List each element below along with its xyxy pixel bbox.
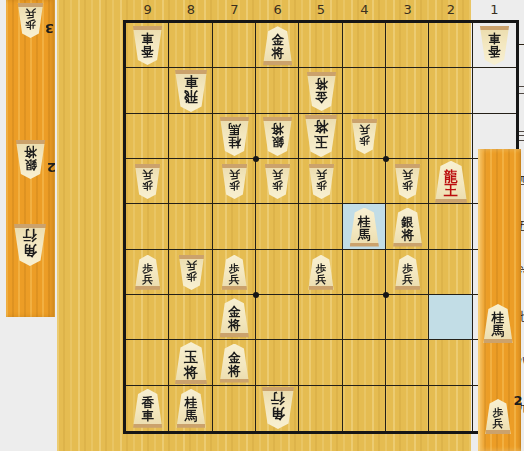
piece-kanji: 歩兵 (402, 169, 413, 190)
piece-kanji: 桂馬 (185, 397, 198, 423)
board-cell-1b[interactable] (473, 68, 516, 113)
hand-count: 3 (45, 21, 54, 36)
hand-count: 2 (514, 393, 523, 408)
file-labels: 987654321 (126, 2, 516, 19)
hand-gote-2[interactable]: 銀将 (15, 140, 46, 179)
board-cell-8d[interactable] (169, 159, 212, 204)
board-cell-7i[interactable] (213, 386, 256, 431)
piece-kanji: 歩兵 (25, 8, 36, 29)
sente-captured-stand: 桂馬歩兵2 (478, 149, 521, 451)
board-cell-3c[interactable] (386, 114, 429, 159)
piece-kanji: 銀将 (24, 145, 37, 171)
piece-kanji: 飛車 (184, 75, 198, 104)
piece-kanji: 香車 (141, 31, 154, 57)
board-cell-6h[interactable] (256, 340, 299, 385)
piece-kanji: 龍王 (444, 169, 458, 198)
board-cell-2e[interactable] (429, 204, 472, 249)
piece-kanji: 香車 (141, 397, 154, 423)
file-label: 5 (299, 2, 342, 19)
board-cell-5h[interactable] (299, 340, 342, 385)
board-cell-6f[interactable] (256, 250, 299, 295)
hand-gote-3[interactable]: 角行 (13, 224, 47, 266)
file-label: 4 (343, 2, 386, 19)
board-cell-8e[interactable] (169, 204, 212, 249)
board-cell-8g[interactable] (169, 295, 212, 340)
board-cell-2i[interactable] (429, 386, 472, 431)
board-cell-8a[interactable] (169, 23, 212, 68)
board-cell-5e[interactable] (299, 204, 342, 249)
piece-kanji: 金将 (271, 34, 284, 60)
piece-kanji: 歩兵 (142, 263, 153, 284)
piece-kanji: 歩兵 (316, 169, 327, 190)
board-cell-3h[interactable] (386, 340, 429, 385)
board-cell-6g[interactable] (256, 295, 299, 340)
piece-kanji: 角行 (23, 229, 37, 258)
board-cell-6e[interactable] (256, 204, 299, 249)
board-cell-6b[interactable] (256, 68, 299, 113)
board-cell-2c[interactable] (429, 114, 472, 159)
board-cell-4b[interactable] (343, 68, 386, 113)
board-cell-3i[interactable] (386, 386, 429, 431)
board-cell-2h[interactable] (429, 340, 472, 385)
hand-sente-1[interactable]: 桂馬 (483, 304, 514, 343)
board-cell-5a[interactable] (299, 23, 342, 68)
board-cell-4d[interactable] (343, 159, 386, 204)
piece-kanji: 歩兵 (229, 169, 240, 190)
piece-kanji: 桂馬 (228, 122, 241, 148)
shogi-app: 歩兵3銀将2角行 987654321 一二三四五六七八九 香車金将香車飛車金将桂… (0, 0, 524, 451)
board-cell-9e[interactable] (126, 204, 169, 249)
piece-kanji: 玉将 (184, 350, 198, 379)
board-cell-2b[interactable] (429, 68, 472, 113)
file-label: 2 (429, 2, 472, 19)
board-cell-9g[interactable] (126, 295, 169, 340)
file-label: 1 (473, 2, 516, 19)
board-cell-7a[interactable] (213, 23, 256, 68)
piece-kanji: 桂馬 (492, 312, 505, 338)
file-label: 8 (169, 2, 212, 19)
piece-kanji: 玉将 (314, 121, 328, 150)
piece-kanji: 歩兵 (316, 263, 327, 284)
board-cell-7e[interactable] (213, 204, 256, 249)
hand-count: 2 (47, 160, 56, 175)
board-cell-9c[interactable] (126, 114, 169, 159)
piece-kanji: 金将 (228, 352, 241, 378)
piece-kanji: 歩兵 (402, 263, 413, 284)
board-cell-2a[interactable] (429, 23, 472, 68)
file-label: 6 (256, 2, 299, 19)
piece-kanji: 香車 (488, 31, 501, 57)
board-cell-4h[interactable] (343, 340, 386, 385)
piece-kanji: 歩兵 (493, 407, 504, 428)
hand-gote-1[interactable]: 歩兵 (17, 3, 44, 38)
board-cell-2f[interactable] (429, 250, 472, 295)
board-cell-5i[interactable] (299, 386, 342, 431)
board-cell-3b[interactable] (386, 68, 429, 113)
piece-kanji: 桂馬 (358, 216, 371, 242)
piece-kanji: 歩兵 (142, 169, 153, 190)
board-cell-9h[interactable] (126, 340, 169, 385)
board-cell-8c[interactable] (169, 114, 212, 159)
file-label: 3 (386, 2, 429, 19)
piece-kanji: 角行 (271, 393, 285, 422)
piece-kanji: 金将 (228, 306, 241, 332)
piece-kanji: 銀将 (401, 216, 414, 242)
board-cell-3a[interactable] (386, 23, 429, 68)
piece-kanji: 歩兵 (229, 263, 240, 284)
board-cell-4a[interactable] (343, 23, 386, 68)
board-cell-2g[interactable] (429, 295, 472, 340)
piece-kanji: 歩兵 (359, 124, 370, 145)
board-cell-5g[interactable] (299, 295, 342, 340)
board-cell-4f[interactable] (343, 250, 386, 295)
hand-sente-2[interactable]: 歩兵 (485, 399, 512, 434)
piece-kanji: 銀将 (271, 122, 284, 148)
piece-kanji: 金将 (315, 77, 328, 103)
board-cell-7b[interactable] (213, 68, 256, 113)
board-cell-4i[interactable] (343, 386, 386, 431)
file-label: 9 (126, 2, 169, 19)
board-panel: 987654321 一二三四五六七八九 香車金将香車飛車金将桂馬銀将玉将歩兵歩兵… (57, 0, 471, 451)
board-cell-9b[interactable] (126, 68, 169, 113)
file-label: 7 (213, 2, 256, 19)
board-cell-4g[interactable] (343, 295, 386, 340)
piece-kanji: 歩兵 (186, 260, 197, 281)
gote-captured-stand: 歩兵3銀将2角行 (6, 0, 55, 317)
piece-kanji: 歩兵 (272, 169, 283, 190)
board-cell-3g[interactable] (386, 295, 429, 340)
